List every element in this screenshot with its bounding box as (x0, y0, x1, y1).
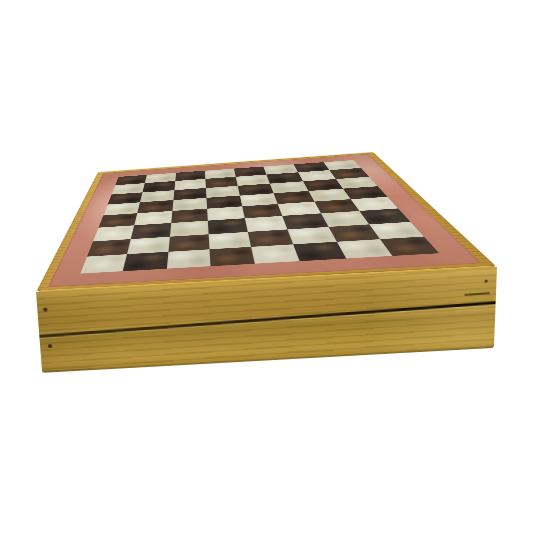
wood-rim (36, 152, 497, 292)
wood-crack (464, 292, 490, 296)
nail-hole (43, 308, 47, 312)
nail-hole (48, 344, 52, 348)
board-square (251, 244, 300, 263)
marble-border (48, 154, 482, 287)
board-square (80, 254, 127, 274)
board-square (209, 247, 255, 267)
nail-hole (485, 280, 488, 283)
board-square (123, 252, 168, 272)
chessboard-photo (0, 0, 533, 533)
board-square (166, 249, 210, 269)
chess-board-grid (80, 160, 439, 274)
board-top-face (36, 152, 497, 292)
box-hinge-seam (39, 301, 495, 338)
